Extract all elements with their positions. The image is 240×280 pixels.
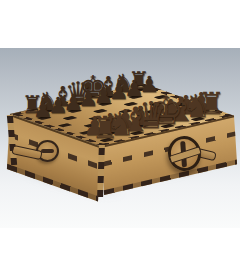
piece-white-rook-a1: ♜: [92, 113, 119, 143]
piece-black-pawn-a7: ♟: [33, 98, 53, 120]
wall-bottom-tabs: [104, 160, 237, 195]
page: ♜♞♝♛♚♝♞♜♟♟♟♟♟♟♟♟♟♟♟♟♟♟♟♟♜♞♝♛♚♝♞♜: [0, 0, 240, 280]
photo-background: ♜♞♝♛♚♝♞♜♟♟♟♟♟♟♟♟♟♟♟♟♟♟♟♟♜♞♝♛♚♝♞♜: [0, 48, 240, 228]
wall-bottom-tabs: [7, 164, 98, 202]
